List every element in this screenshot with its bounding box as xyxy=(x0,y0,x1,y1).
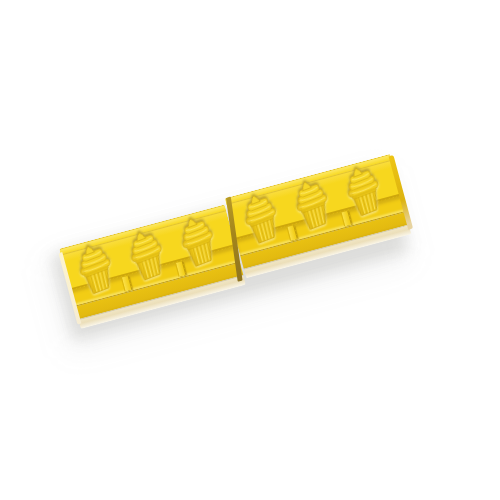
product-photo-scene xyxy=(0,0,500,500)
